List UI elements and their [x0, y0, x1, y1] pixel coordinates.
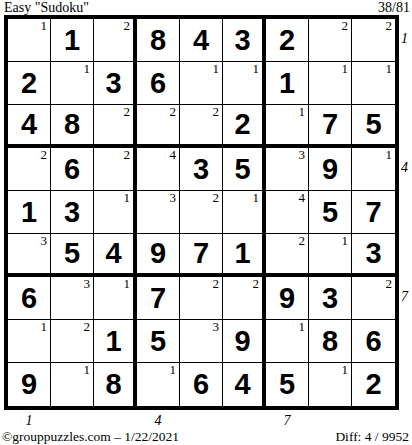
pencil-mark: 2 [386, 18, 393, 34]
cell-r9c3[interactable]: 8 [94, 363, 137, 406]
cell-digit: 1 [266, 62, 308, 104]
pencil-mark: 1 [299, 319, 306, 335]
cell-r8c9[interactable]: 6 [352, 320, 395, 363]
cell-r5c4[interactable]: 3 [137, 191, 180, 234]
cell-r4c3[interactable]: 2 [94, 148, 137, 191]
cell-digit: 9 [266, 277, 308, 319]
pencil-mark: 4 [170, 147, 177, 163]
pencil-mark: 2 [253, 276, 260, 292]
cell-digit: 4 [180, 19, 222, 61]
pencil-mark: 2 [124, 147, 131, 163]
cell-r6c4[interactable]: 9 [137, 234, 180, 277]
cell-digit: 5 [309, 191, 351, 233]
cell-r3c6[interactable]: 2 [223, 105, 266, 148]
cell-digit: 4 [223, 363, 262, 406]
pencil-mark: 1 [253, 61, 260, 77]
cell-r4c9[interactable]: 1 [352, 148, 395, 191]
cell-digit: 2 [8, 62, 50, 104]
pencil-mark: 1 [386, 147, 393, 163]
cell-r6c3[interactable]: 4 [94, 234, 137, 277]
cell-r1c9[interactable]: 2 [352, 19, 395, 62]
cell-digit: 1 [94, 320, 133, 362]
cell-r7c5[interactable]: 2 [180, 277, 223, 320]
cell-digit: 6 [352, 320, 395, 362]
pencil-mark: 1 [342, 233, 349, 249]
cell-digit: 5 [352, 105, 395, 144]
pencil-mark: 1 [299, 104, 306, 120]
cell-r4c7[interactable]: 3 [266, 148, 309, 191]
cell-digit: 7 [309, 105, 351, 144]
cell-r6c8[interactable]: 1 [309, 234, 352, 277]
cell-r7c2[interactable]: 3 [51, 277, 94, 320]
cell-digit: 9 [309, 148, 351, 190]
cell-r9c8[interactable]: 1 [309, 363, 352, 406]
cell-r4c6[interactable]: 5 [223, 148, 266, 191]
cell-digit: 6 [137, 62, 179, 104]
cell-r9c9[interactable]: 2 [352, 363, 395, 406]
pencil-mark: 1 [213, 61, 220, 77]
cell-r7c7[interactable]: 9 [266, 277, 309, 320]
cell-digit: 4 [8, 105, 50, 144]
cell-r8c1[interactable]: 1 [8, 320, 51, 363]
cell-r8c2[interactable]: 2 [51, 320, 94, 363]
cell-r4c4[interactable]: 4 [137, 148, 180, 191]
cell-digit: 8 [309, 320, 351, 362]
cell-r7c6[interactable]: 2 [223, 277, 266, 320]
pencil-mark: 1 [342, 362, 349, 378]
cell-digit: 3 [352, 234, 395, 273]
cell-r9c5[interactable]: 6 [180, 363, 223, 406]
cell-r2c3[interactable]: 3 [94, 62, 137, 105]
cell-r2c8[interactable]: 1 [309, 62, 352, 105]
pencil-mark: 2 [342, 18, 349, 34]
cell-r2c2[interactable]: 1 [51, 62, 94, 105]
col-label-4: 4 [148, 413, 168, 429]
cell-r7c4[interactable]: 7 [137, 277, 180, 320]
cell-r1c1[interactable]: 1 [8, 19, 51, 62]
cell-digit: 5 [51, 234, 93, 273]
cell-r8c3[interactable]: 1 [94, 320, 137, 363]
cell-r5c8[interactable]: 5 [309, 191, 352, 234]
puzzle-title: Easy "Sudoku" [4, 0, 89, 16]
pencil-mark: 1 [253, 190, 260, 206]
cell-r9c7[interactable]: 5 [266, 363, 309, 406]
pencil-mark: 1 [342, 61, 349, 77]
cell-r1c3[interactable]: 2 [94, 19, 137, 62]
pencil-mark: 1 [124, 190, 131, 206]
cell-digit: 2 [223, 105, 262, 144]
cell-digit: 7 [137, 277, 179, 319]
cell-r5c3[interactable]: 1 [94, 191, 137, 234]
pencil-mark: 1 [84, 61, 91, 77]
pencil-mark: 1 [41, 319, 48, 335]
cell-r5c7[interactable]: 4 [266, 191, 309, 234]
pencil-mark: 2 [84, 319, 91, 335]
cell-r3c8[interactable]: 7 [309, 105, 352, 148]
pencil-mark: 1 [124, 276, 131, 292]
pencil-mark: 4 [299, 190, 306, 206]
pencil-mark: 1 [41, 18, 48, 34]
pencil-mark: 3 [213, 319, 220, 335]
cell-digit: 3 [180, 148, 222, 190]
cell-digit: 1 [223, 234, 262, 273]
cell-digit: 3 [51, 191, 93, 233]
cell-r1c7[interactable]: 2 [266, 19, 309, 62]
pencil-mark: 2 [213, 276, 220, 292]
copyright-text: ©grouppuzzles.com – 1/22/2021 [2, 429, 179, 445]
cell-r5c5[interactable]: 2 [180, 191, 223, 234]
cell-r1c2[interactable]: 1 [51, 19, 94, 62]
row-label-7: 7 [401, 289, 408, 305]
pencil-mark: 2 [213, 190, 220, 206]
cell-r6c5[interactable]: 7 [180, 234, 223, 277]
col-label-7: 7 [277, 413, 297, 429]
cell-digit: 6 [180, 363, 222, 406]
pencil-mark: 2 [213, 104, 220, 120]
cell-digit: 5 [266, 363, 308, 406]
cell-digit: 2 [266, 19, 308, 61]
cell-r2c7[interactable]: 1 [266, 62, 309, 105]
pencil-mark: 3 [170, 190, 177, 206]
cell-r6c1[interactable]: 3 [8, 234, 51, 277]
pencil-mark: 2 [170, 104, 177, 120]
cell-r2c1[interactable]: 2 [8, 62, 51, 105]
pencil-mark: 1 [84, 362, 91, 378]
cell-r6c2[interactable]: 5 [51, 234, 94, 277]
cell-r7c8[interactable]: 3 [309, 277, 352, 320]
cell-r2c5[interactable]: 1 [180, 62, 223, 105]
cell-digit: 7 [352, 191, 395, 233]
cell-digit: 3 [94, 62, 133, 104]
cell-r3c9[interactable]: 5 [352, 105, 395, 148]
pencil-mark: 3 [84, 276, 91, 292]
cell-r6c7[interactable]: 2 [266, 234, 309, 277]
cell-digit: 5 [223, 148, 262, 190]
cell-digit: 6 [8, 277, 50, 319]
cell-r8c7[interactable]: 1 [266, 320, 309, 363]
pencil-mark: 1 [170, 362, 177, 378]
cell-r8c5[interactable]: 3 [180, 320, 223, 363]
cell-r4c1[interactable]: 2 [8, 148, 51, 191]
cell-r1c8[interactable]: 2 [309, 19, 352, 62]
cell-r1c5[interactable]: 4 [180, 19, 223, 62]
cell-r8c4[interactable]: 5 [137, 320, 180, 363]
cell-r5c6[interactable]: 1 [223, 191, 266, 234]
pencil-mark: 2 [124, 104, 131, 120]
cell-r5c9[interactable]: 7 [352, 191, 395, 234]
cell-digit: 3 [223, 19, 262, 61]
cell-r2c4[interactable]: 6 [137, 62, 180, 105]
cell-r4c2[interactable]: 6 [51, 148, 94, 191]
cell-r2c6[interactable]: 1 [223, 62, 266, 105]
cell-r7c3[interactable]: 1 [94, 277, 137, 320]
cell-r7c1[interactable]: 6 [8, 277, 51, 320]
cell-digit: 4 [94, 234, 133, 273]
cell-r4c8[interactable]: 9 [309, 148, 352, 191]
cell-digit: 3 [309, 277, 351, 319]
cell-r5c1[interactable]: 1 [8, 191, 51, 234]
row-label-1: 1 [401, 31, 408, 47]
cell-r6c9[interactable]: 3 [352, 234, 395, 277]
cell-r9c6[interactable]: 4 [223, 363, 266, 406]
pencil-mark: 2 [41, 147, 48, 163]
cell-r3c4[interactable]: 2 [137, 105, 180, 148]
cell-r1c6[interactable]: 3 [223, 19, 266, 62]
cell-r8c6[interactable]: 9 [223, 320, 266, 363]
cell-r3c7[interactable]: 1 [266, 105, 309, 148]
cell-r3c1[interactable]: 4 [8, 105, 51, 148]
cell-r9c1[interactable]: 9 [8, 363, 51, 406]
cell-r3c2[interactable]: 8 [51, 105, 94, 148]
cell-r3c5[interactable]: 2 [180, 105, 223, 148]
cell-digit: 9 [8, 363, 50, 406]
pencil-mark: 1 [386, 61, 393, 77]
difficulty-text: Diff: 4 / 9952 [335, 429, 409, 445]
pencil-mark: 2 [124, 18, 131, 34]
pencil-mark: 2 [386, 276, 393, 292]
cell-digit: 5 [137, 320, 179, 362]
pencil-mark: 3 [41, 233, 48, 249]
cell-digit: 2 [352, 363, 395, 406]
cell-r2c9[interactable]: 1 [352, 62, 395, 105]
pencil-mark: 3 [299, 147, 306, 163]
cell-r3c3[interactable]: 2 [94, 105, 137, 148]
cell-r9c4[interactable]: 1 [137, 363, 180, 406]
sudoku-board: 1128432222136111114822221752624353911313… [4, 15, 399, 410]
cell-r5c2[interactable]: 3 [51, 191, 94, 234]
cell-digit: 8 [94, 363, 133, 406]
progress-counter: 38/81 [378, 0, 410, 16]
cell-digit: 9 [223, 320, 262, 362]
col-label-1: 1 [19, 413, 39, 429]
cell-digit: 8 [137, 19, 179, 61]
cell-digit: 6 [51, 148, 93, 190]
row-label-4: 4 [401, 160, 408, 176]
cell-digit: 1 [51, 19, 93, 61]
cell-r8c8[interactable]: 8 [309, 320, 352, 363]
cell-r4c5[interactable]: 3 [180, 148, 223, 191]
cell-r6c6[interactable]: 1 [223, 234, 266, 277]
cell-digit: 7 [180, 234, 222, 273]
cell-digit: 9 [137, 234, 179, 273]
cell-digit: 8 [51, 105, 93, 144]
cell-r7c9[interactable]: 2 [352, 277, 395, 320]
cell-r1c4[interactable]: 8 [137, 19, 180, 62]
pencil-mark: 2 [299, 233, 306, 249]
cell-digit: 1 [8, 191, 50, 233]
cell-r9c2[interactable]: 1 [51, 363, 94, 406]
